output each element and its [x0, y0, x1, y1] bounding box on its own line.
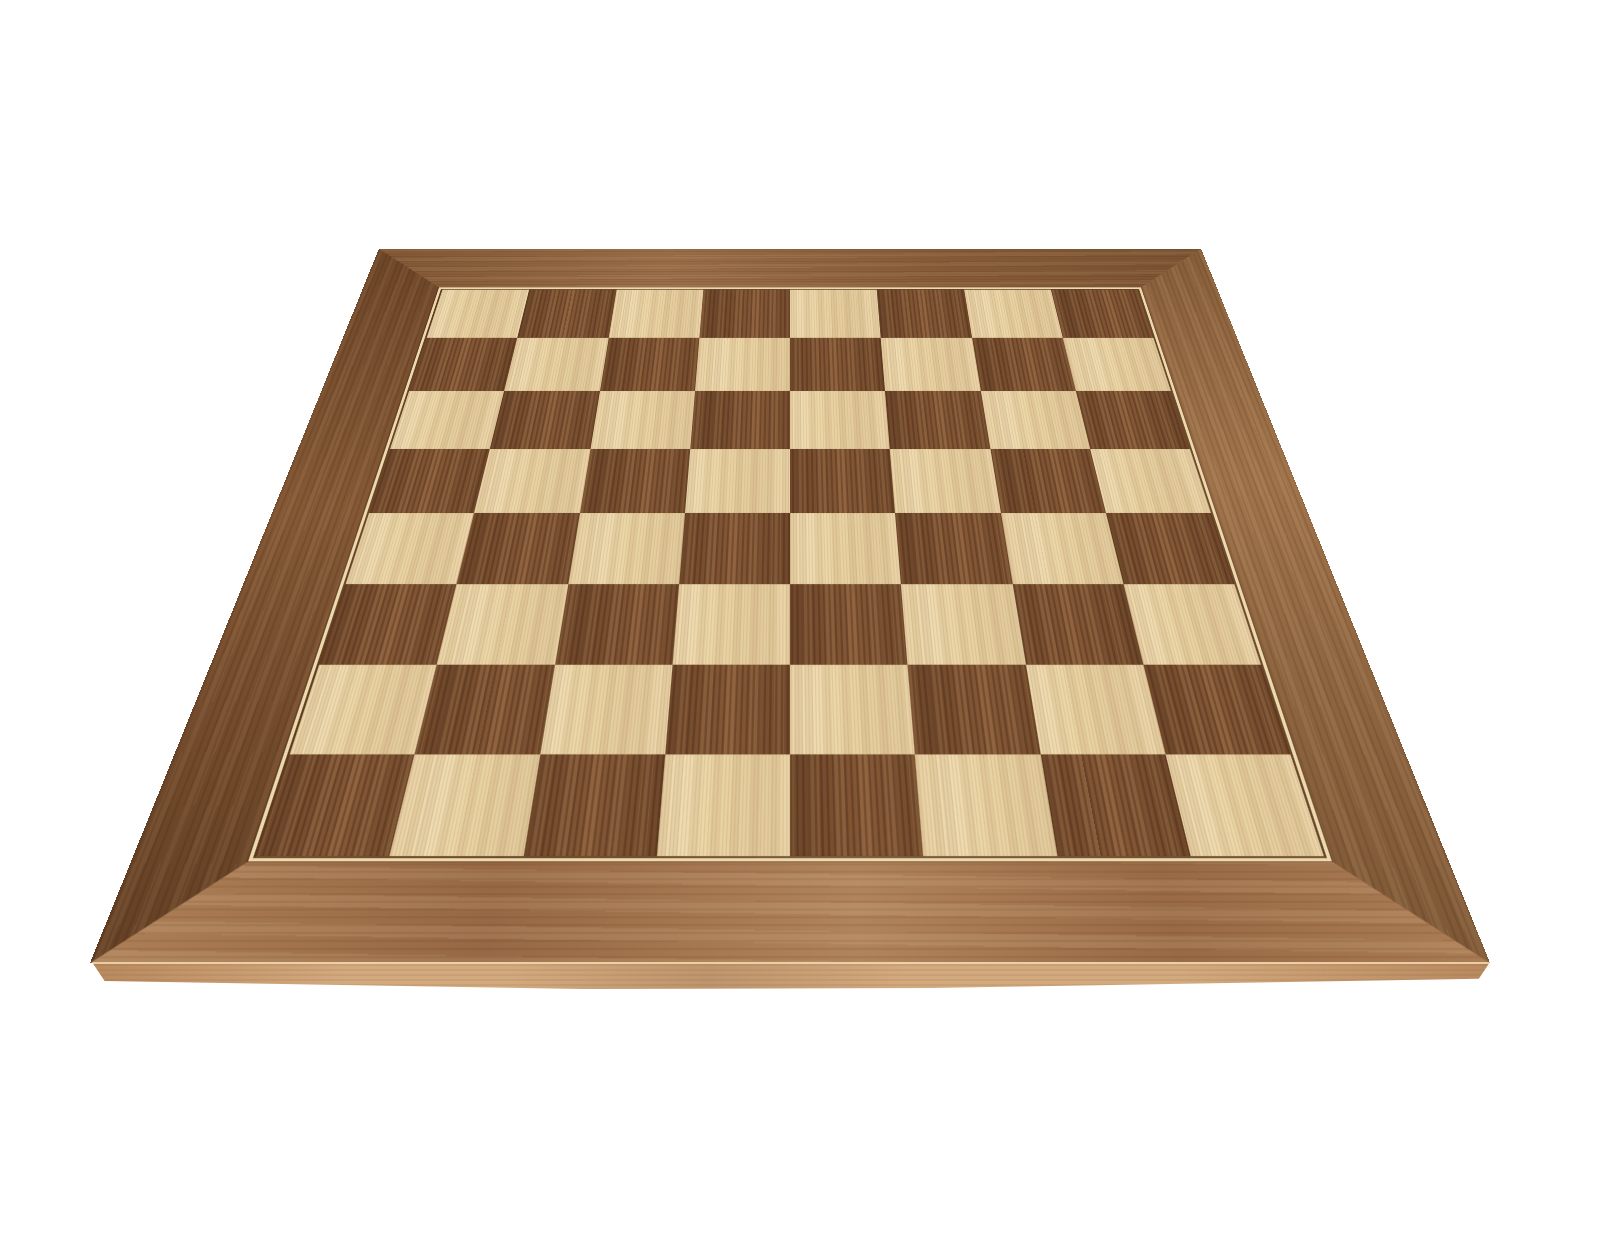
- square-d4: [679, 513, 790, 584]
- square-f2: [908, 664, 1040, 754]
- square-f4: [895, 513, 1012, 584]
- square-b4: [457, 513, 580, 584]
- square-e6: [790, 391, 890, 449]
- square-d3: [672, 584, 790, 664]
- square-c2: [540, 664, 672, 754]
- square-a7: [409, 338, 517, 391]
- square-b1: [390, 754, 540, 856]
- square-h6: [1076, 391, 1190, 449]
- square-c7: [600, 338, 700, 391]
- square-b3: [437, 584, 568, 664]
- square-c6: [590, 391, 695, 449]
- square-e1: [790, 754, 923, 856]
- square-e4: [790, 513, 901, 584]
- square-f7: [881, 338, 981, 391]
- square-h8: [1051, 290, 1154, 338]
- chess-board: [90, 249, 1490, 963]
- playing-field: [256, 290, 1324, 857]
- square-e3: [790, 584, 908, 664]
- square-f5: [890, 449, 1001, 513]
- square-g3: [1012, 584, 1143, 664]
- square-d5: [685, 449, 790, 513]
- board-frame-bottom: [90, 856, 1490, 963]
- square-b7: [504, 338, 608, 391]
- square-d2: [665, 664, 790, 754]
- square-a4: [346, 513, 475, 584]
- square-c8: [608, 290, 703, 338]
- board-scene: [0, 0, 1600, 1236]
- square-d1: [657, 754, 790, 856]
- board-side-edge: [92, 962, 1490, 989]
- square-d7: [695, 338, 790, 391]
- square-h7: [1063, 338, 1171, 391]
- square-a6: [390, 391, 504, 449]
- square-b2: [415, 664, 555, 754]
- square-g8: [964, 290, 1063, 338]
- board-frame-top: [362, 249, 1217, 290]
- square-f8: [877, 290, 972, 338]
- square-h5: [1090, 449, 1211, 513]
- square-e2: [790, 664, 915, 754]
- square-c4: [568, 513, 685, 584]
- square-e5: [790, 449, 895, 513]
- square-g6: [980, 391, 1090, 449]
- square-e7: [790, 338, 885, 391]
- square-a8: [427, 290, 530, 338]
- square-g4: [1001, 513, 1124, 584]
- square-g1: [1040, 754, 1190, 856]
- square-f6: [885, 391, 990, 449]
- square-b5: [474, 449, 590, 513]
- square-b6: [490, 391, 600, 449]
- square-g2: [1025, 664, 1165, 754]
- square-c3: [555, 584, 679, 664]
- square-f3: [901, 584, 1025, 664]
- square-b8: [517, 290, 616, 338]
- square-c5: [580, 449, 691, 513]
- square-f1: [915, 754, 1057, 856]
- square-g5: [990, 449, 1106, 513]
- square-d6: [690, 391, 790, 449]
- square-e8: [790, 290, 881, 338]
- square-g7: [972, 338, 1076, 391]
- square-c1: [523, 754, 665, 856]
- square-a5: [369, 449, 490, 513]
- square-d8: [699, 290, 790, 338]
